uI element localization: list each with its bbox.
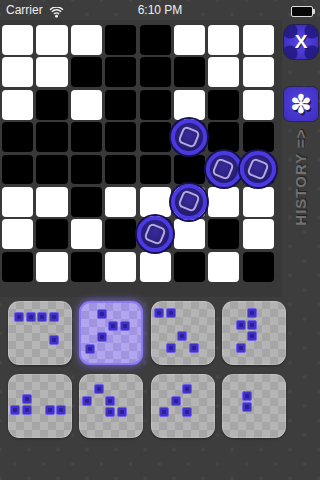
piece-cell (120, 321, 130, 331)
board-cell-3-1[interactable] (105, 57, 136, 87)
board-cell-4-4[interactable] (140, 155, 171, 185)
board-cell-1-2[interactable] (36, 90, 67, 120)
board-cell-0-5[interactable] (2, 187, 33, 217)
board-cell-6-2[interactable] (208, 90, 239, 120)
board-cell-3-0[interactable] (105, 25, 136, 55)
board (0, 20, 282, 297)
piece-tile-4[interactable] (222, 301, 286, 365)
battery-icon (291, 6, 313, 17)
board-cell-4-6[interactable] (140, 219, 171, 249)
piece-tile-8[interactable] (222, 374, 286, 438)
clock-label: 6:10 PM (0, 0, 320, 20)
piece-cell (154, 308, 164, 318)
piece-cell (22, 394, 32, 404)
piece-cell (49, 335, 59, 345)
board-cell-0-7[interactable] (2, 252, 33, 282)
board-cell-2-4[interactable] (71, 155, 102, 185)
board-cell-2-3[interactable] (71, 122, 102, 152)
piece-cell (97, 332, 107, 342)
piece-cell (247, 331, 257, 341)
piece-tile-1[interactable] (8, 301, 72, 365)
token-gem-icon (212, 157, 235, 180)
board-cell-6-4[interactable] (208, 155, 239, 185)
history-label[interactable]: HISTORY => (292, 112, 310, 242)
board-cell-7-0[interactable] (243, 25, 274, 55)
piece-cell (85, 344, 95, 354)
placed-piece-token (171, 184, 207, 220)
close-button[interactable]: X (284, 25, 318, 59)
piece-cell (247, 320, 257, 330)
piece-cell (236, 343, 246, 353)
board-cell-4-7[interactable] (140, 252, 171, 282)
board-cell-0-0[interactable] (2, 25, 33, 55)
token-gem-icon (246, 157, 269, 180)
board-cell-0-4[interactable] (2, 155, 33, 185)
piece-cell (56, 405, 66, 415)
piece-cell (182, 384, 192, 394)
board-cell-3-3[interactable] (105, 122, 136, 152)
board-cell-5-7[interactable] (174, 252, 205, 282)
board-cell-3-5[interactable] (105, 187, 136, 217)
board-cell-7-6[interactable] (243, 219, 274, 249)
board-cell-2-6[interactable] (71, 219, 102, 249)
board-cell-4-0[interactable] (140, 25, 171, 55)
board-cell-0-1[interactable] (2, 57, 33, 87)
piece-cell (14, 312, 24, 322)
board-cell-3-4[interactable] (105, 155, 136, 185)
board-cell-6-1[interactable] (208, 57, 239, 87)
board-cell-2-2[interactable] (71, 90, 102, 120)
piece-cell (159, 407, 169, 417)
board-cell-1-6[interactable] (36, 219, 67, 249)
board-cell-1-7[interactable] (36, 252, 67, 282)
board-cell-4-2[interactable] (140, 90, 171, 120)
status-bar: Carrier 6:10 PM (0, 0, 320, 20)
piece-cell (171, 396, 181, 406)
piece-tile-3[interactable] (151, 301, 215, 365)
board-cell-2-7[interactable] (71, 252, 102, 282)
board-cell-5-6[interactable] (174, 219, 205, 249)
board-cell-0-2[interactable] (2, 90, 33, 120)
piece-tile-7[interactable] (151, 374, 215, 438)
board-cell-7-4[interactable] (243, 155, 274, 185)
board-cell-7-1[interactable] (243, 57, 274, 87)
board-cell-4-5[interactable] (140, 187, 171, 217)
board-cell-5-4[interactable] (174, 155, 205, 185)
board-cell-7-5[interactable] (243, 187, 274, 217)
board-cell-1-3[interactable] (36, 122, 67, 152)
board-cell-7-2[interactable] (243, 90, 274, 120)
placed-piece-token (240, 151, 276, 187)
board-cell-5-1[interactable] (174, 57, 205, 87)
token-gem-icon (177, 190, 200, 213)
piece-cell (182, 407, 192, 417)
board-cell-7-3[interactable] (243, 122, 274, 152)
piece-cell (189, 343, 199, 353)
piece-cell (97, 309, 107, 319)
board-cell-5-0[interactable] (174, 25, 205, 55)
piece-cell (166, 343, 176, 353)
board-cell-5-3[interactable] (174, 122, 205, 152)
board-cell-4-3[interactable] (140, 122, 171, 152)
board-cell-7-7[interactable] (243, 252, 274, 282)
board-cell-2-5[interactable] (71, 187, 102, 217)
placed-piece-token (171, 119, 207, 155)
piece-cell (82, 396, 92, 406)
board-cell-2-1[interactable] (71, 57, 102, 87)
piece-cell (108, 321, 118, 331)
piece-cell (49, 312, 59, 322)
board-cell-1-0[interactable] (36, 25, 67, 55)
piece-cell (166, 308, 176, 318)
piece-cell (105, 396, 115, 406)
board-cell-0-6[interactable] (2, 219, 33, 249)
placed-piece-token (206, 151, 242, 187)
piece-cell (26, 312, 36, 322)
board-cell-3-7[interactable] (105, 252, 136, 282)
board-cell-6-0[interactable] (208, 25, 239, 55)
board-cell-3-2[interactable] (105, 90, 136, 120)
piece-cell (236, 320, 246, 330)
board-cell-5-5[interactable] (174, 187, 205, 217)
board-cell-6-3[interactable] (208, 122, 239, 152)
board-cell-1-1[interactable] (36, 57, 67, 87)
board-cell-6-7[interactable] (208, 252, 239, 282)
placed-piece-token (137, 216, 173, 252)
piece-tile-2[interactable] (79, 301, 143, 365)
piece-cell (242, 402, 252, 412)
board-cell-1-5[interactable] (36, 187, 67, 217)
piece-cell (22, 405, 32, 415)
piece-cell (242, 391, 252, 401)
board-grid (2, 25, 274, 282)
board-cell-0-3[interactable] (2, 122, 33, 152)
token-gem-icon (143, 222, 166, 245)
token-gem-icon (177, 125, 200, 148)
piece-tile-5[interactable] (8, 374, 72, 438)
piece-cell (10, 405, 20, 415)
piece-cell (105, 407, 115, 417)
piece-tile-6[interactable] (79, 374, 143, 438)
piece-cell (45, 405, 55, 415)
piece-cell (117, 407, 127, 417)
board-cell-2-0[interactable] (71, 25, 102, 55)
piece-cell (247, 308, 257, 318)
board-cell-3-6[interactable] (105, 219, 136, 249)
board-cell-1-4[interactable] (36, 155, 67, 185)
piece-cell (94, 384, 104, 394)
board-cell-6-5[interactable] (208, 187, 239, 217)
piece-cell (37, 312, 47, 322)
board-cell-6-6[interactable] (208, 219, 239, 249)
piece-cell (177, 331, 187, 341)
board-cell-4-1[interactable] (140, 57, 171, 87)
board-cell-5-2[interactable] (174, 90, 205, 120)
